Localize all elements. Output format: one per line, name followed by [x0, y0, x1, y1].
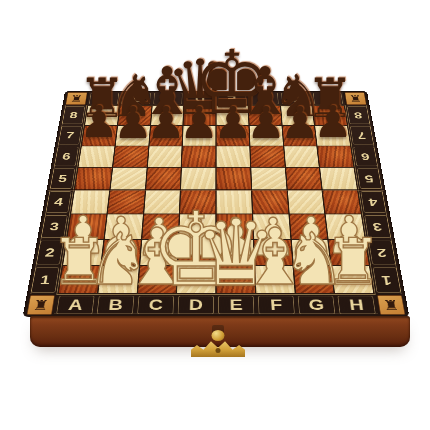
rank-label-right: 6: [353, 147, 378, 166]
white-rook-h1[interactable]: ♜: [324, 230, 381, 294]
rank-label-left: 5: [50, 168, 75, 188]
square-b5[interactable]: [110, 168, 146, 190]
square-f5[interactable]: [251, 168, 286, 190]
square-e6[interactable]: [217, 146, 250, 167]
square-c6[interactable]: [148, 146, 182, 167]
square-g5[interactable]: [286, 168, 322, 190]
square-h5[interactable]: [320, 168, 357, 190]
black-pawn-g7[interactable]: ♟: [280, 101, 319, 145]
white-queen-e1[interactable]: ♛: [195, 208, 277, 300]
brass-clasp[interactable]: [191, 325, 245, 359]
square-d5[interactable]: [181, 168, 215, 190]
square-h6[interactable]: [318, 146, 354, 167]
square-b6[interactable]: [113, 146, 148, 167]
square-d6[interactable]: [182, 146, 215, 167]
square-e5[interactable]: [217, 168, 251, 190]
square-a6[interactable]: [79, 146, 115, 167]
square-f6[interactable]: [250, 146, 284, 167]
square-a5[interactable]: [75, 168, 112, 190]
rook-icon: ♜: [382, 297, 401, 313]
square-g6[interactable]: [284, 146, 319, 167]
rank-label-right: 5: [357, 168, 382, 188]
clasp-knob: [212, 330, 225, 341]
chess-set-photo: ABCDEFGH ABCDEFGH 87654321 87654321 ♜ ♜ …: [0, 0, 430, 430]
square-c5[interactable]: [146, 168, 181, 190]
rook-icon: ♜: [31, 297, 50, 313]
rank-label-left: 6: [54, 147, 79, 166]
clasp-keyhole: [216, 348, 221, 353]
